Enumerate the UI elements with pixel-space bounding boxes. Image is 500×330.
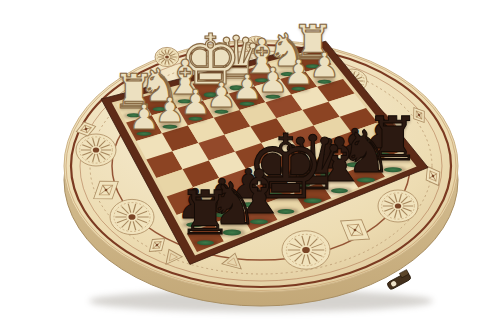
piece-white-pawn-h2: ♟ [129,100,160,134]
pawn-glyph: ♟ [129,100,160,134]
pieces-layer: ♜♞♝♟♛♟♚♟♝♟♞♟♜♟♟♟♟♟♜♟♞♟♝♟♛♟♚♟♝♟♞♜ [0,0,500,330]
piece-black-rook-h8: ♜ [178,183,233,244]
product-photo-scene: ♜♞♝♟♛♟♚♟♝♟♞♟♜♟♟♟♟♟♜♟♞♟♝♟♛♟♚♟♝♟♞♜ [0,0,500,330]
rook-glyph: ♜ [178,183,233,244]
